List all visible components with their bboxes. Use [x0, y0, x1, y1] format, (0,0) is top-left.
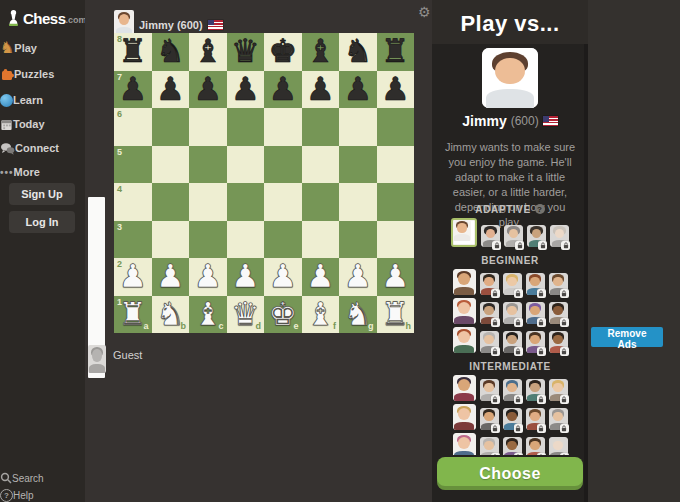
square-g2[interactable]: ♟ — [339, 258, 377, 296]
rank-label: 7 — [117, 73, 122, 82]
white-pawn: ♟ — [156, 258, 185, 295]
lock-icon — [560, 347, 569, 356]
sidebar-item-more[interactable]: •••More — [0, 160, 85, 184]
sidebar-footer-help[interactable]: ?Help — [0, 487, 85, 502]
bot-avatar[interactable] — [453, 298, 476, 324]
black-knight: ♞ — [156, 33, 185, 70]
bot-avatar-locked[interactable] — [504, 225, 523, 247]
square-h1[interactable]: h♜ — [377, 296, 415, 334]
settings-gear-icon[interactable]: ⚙ — [418, 4, 431, 20]
square-h2[interactable]: ♟ — [377, 258, 415, 296]
bot-avatar-locked[interactable] — [527, 225, 546, 247]
play-vs-panel: Play vs... Jimmy (600) Jimmy wants to ma… — [432, 0, 588, 502]
square-a4[interactable]: 4 — [114, 183, 152, 221]
sidebar-item-label: Connect — [15, 142, 59, 154]
square-g6[interactable] — [339, 108, 377, 146]
square-e5[interactable] — [264, 146, 302, 184]
square-b4[interactable] — [152, 183, 190, 221]
lock-icon — [560, 289, 569, 298]
bot-avatar-locked[interactable] — [480, 273, 499, 295]
guest-avatar[interactable] — [88, 345, 106, 377]
square-d5[interactable] — [227, 146, 265, 184]
square-a1[interactable]: 1a♜ — [114, 296, 152, 334]
black-knight: ♞ — [343, 33, 372, 70]
sidebar-footer-search[interactable]: Search — [0, 470, 85, 486]
square-a3[interactable]: 3 — [114, 221, 152, 259]
lock-icon — [491, 318, 500, 327]
chess-board: 8♜♞♝♛♚♝♞♜7♟♟♟♟♟♟♟♟65432♟♟♟♟♟♟♟♟1a♜b♞c♝d♛… — [114, 33, 414, 333]
square-e1[interactable]: e♚ — [264, 296, 302, 334]
knight-icon: ♞ — [0, 40, 14, 56]
white-pawn: ♟ — [268, 258, 297, 295]
bot-avatar-locked[interactable] — [480, 379, 499, 401]
bot-avatar-locked[interactable] — [480, 302, 499, 324]
square-e4[interactable] — [264, 183, 302, 221]
lock-icon — [514, 347, 523, 356]
square-f4[interactable] — [302, 183, 340, 221]
bot-avatar-locked[interactable] — [480, 331, 499, 353]
section-label-beginner: BEGINNER — [432, 254, 588, 266]
panel-bottom-bar: Choose — [432, 455, 588, 502]
lock-icon — [561, 241, 570, 250]
rank-label: 2 — [117, 260, 122, 269]
bot-avatar-locked[interactable] — [481, 225, 500, 247]
square-c7[interactable]: ♟ — [189, 71, 227, 109]
panel-title: Play vs... — [432, 11, 588, 37]
opponent-name-rating: Jimmy (600) — [139, 19, 203, 31]
sidebar-item-connect[interactable]: Connect — [0, 136, 85, 160]
rank-label: 8 — [117, 35, 122, 44]
square-g1[interactable]: g♞ — [339, 296, 377, 334]
bot-avatar[interactable] — [453, 327, 476, 353]
bot-avatar-locked[interactable] — [503, 331, 522, 353]
square-d4[interactable] — [227, 183, 265, 221]
square-e3[interactable] — [264, 221, 302, 259]
file-label: e — [293, 322, 298, 331]
square-a6[interactable]: 6 — [114, 108, 152, 146]
selected-bot-avatar[interactable] — [482, 48, 538, 108]
square-h6[interactable] — [377, 108, 415, 146]
rank-label: 5 — [117, 148, 122, 157]
bot-avatar-locked[interactable] — [549, 302, 568, 324]
lock-icon — [537, 395, 546, 404]
bot-rating: (600) — [511, 114, 539, 128]
square-f8[interactable]: ♝ — [302, 33, 340, 71]
lock-icon — [560, 424, 569, 433]
square-c5[interactable] — [189, 146, 227, 184]
black-pawn: ♟ — [343, 71, 372, 108]
panel-header: Play vs... — [432, 0, 588, 44]
rank-label: 6 — [117, 110, 122, 119]
square-f2[interactable]: ♟ — [302, 258, 340, 296]
sidebar-footer-label: Help — [13, 490, 34, 501]
square-a5[interactable]: 5 — [114, 146, 152, 184]
bot-name: Jimmy — [462, 113, 506, 129]
learn-ball-icon — [0, 94, 13, 107]
more-dots-icon: ••• — [0, 167, 14, 178]
bot-avatar-locked[interactable] — [550, 225, 569, 247]
square-g4[interactable] — [339, 183, 377, 221]
file-label: h — [406, 322, 412, 331]
logo-suffix: .com — [66, 15, 87, 25]
square-f1[interactable]: f♝ — [302, 296, 340, 334]
square-d3[interactable] — [227, 221, 265, 259]
square-b7[interactable]: ♟ — [152, 71, 190, 109]
white-pawn: ♟ — [306, 258, 335, 295]
bot-avatar-locked[interactable] — [549, 273, 568, 295]
square-f3[interactable] — [302, 221, 340, 259]
adaptive-help-icon[interactable]: ? — [535, 204, 545, 214]
square-f5[interactable] — [302, 146, 340, 184]
lock-icon — [491, 424, 500, 433]
bot-avatar-locked[interactable] — [526, 331, 545, 353]
sidebar-item-label: Play — [14, 42, 37, 54]
file-label: f — [333, 322, 336, 331]
bot-row — [432, 298, 588, 324]
bot-avatar-locked[interactable] — [503, 379, 522, 401]
bot-row — [432, 327, 588, 353]
white-bishop: ♝ — [306, 296, 335, 333]
black-queen: ♛ — [231, 33, 260, 70]
rank-label: 4 — [117, 185, 122, 194]
right-background-column: Remove Ads — [588, 0, 680, 502]
lock-icon — [514, 318, 523, 327]
black-rook: ♜ — [381, 33, 410, 70]
square-d8[interactable]: ♛ — [227, 33, 265, 71]
square-h3[interactable] — [377, 221, 415, 259]
bottom-player-row: Guest — [88, 345, 142, 377]
square-h7[interactable]: ♟ — [377, 71, 415, 109]
square-c1[interactable]: c♝ — [189, 296, 227, 334]
black-pawn: ♟ — [193, 71, 222, 108]
bot-avatar-locked[interactable] — [526, 273, 545, 295]
square-h8[interactable]: ♜ — [377, 33, 415, 71]
chesscom-logo[interactable]: Chess .com — [7, 9, 87, 27]
black-pawn: ♟ — [118, 71, 147, 108]
square-a7[interactable]: 7♟ — [114, 71, 152, 109]
square-f7[interactable]: ♟ — [302, 71, 340, 109]
main-area: Jimmy (600) ⚙ 8♜♞♝♛♚♝♞♜7♟♟♟♟♟♟♟♟65432♟♟♟… — [85, 0, 432, 502]
square-h5[interactable] — [377, 146, 415, 184]
square-b8[interactable]: ♞ — [152, 33, 190, 71]
black-pawn: ♟ — [268, 71, 297, 108]
sign-up-button[interactable]: Sign Up — [9, 183, 75, 205]
white-pawn: ♟ — [118, 258, 147, 295]
bot-avatar-locked[interactable] — [549, 379, 568, 401]
square-a2[interactable]: 2♟ — [114, 258, 152, 296]
us-flag-icon — [208, 20, 223, 30]
square-g7[interactable]: ♟ — [339, 71, 377, 109]
chesscom-app: Chess .com ♞PlayPuzzlesLearnTodayConnect… — [0, 0, 680, 502]
search-icon — [0, 472, 12, 484]
bot-row — [432, 269, 588, 295]
chat-bubbles-icon — [0, 142, 15, 155]
bot-row — [432, 218, 588, 247]
bot-avatar-locked[interactable] — [480, 408, 499, 430]
choose-button[interactable]: Choose — [437, 457, 583, 490]
bot-avatar-locked[interactable] — [526, 379, 545, 401]
lock-icon — [514, 424, 523, 433]
black-king: ♚ — [268, 33, 297, 70]
square-c2[interactable]: ♟ — [189, 258, 227, 296]
sidebar-item-label: More — [14, 166, 40, 178]
square-b6[interactable] — [152, 108, 190, 146]
square-c8[interactable]: ♝ — [189, 33, 227, 71]
bot-avatar[interactable] — [453, 269, 476, 295]
lock-icon — [560, 318, 569, 327]
lock-icon — [537, 289, 546, 298]
sidebar-item-today[interactable]: Today — [0, 112, 85, 136]
rank-label: 3 — [117, 223, 122, 232]
bot-row — [432, 375, 588, 401]
square-d2[interactable]: ♟ — [227, 258, 265, 296]
file-label: d — [256, 322, 262, 331]
lock-icon — [537, 347, 546, 356]
black-pawn: ♟ — [306, 71, 335, 108]
file-label: a — [143, 322, 148, 331]
square-d6[interactable] — [227, 108, 265, 146]
square-d7[interactable]: ♟ — [227, 71, 265, 109]
sidebar-item-label: Today — [13, 118, 45, 130]
bot-name-row: Jimmy (600) — [432, 113, 588, 129]
lock-icon — [492, 241, 501, 250]
square-e7[interactable]: ♟ — [264, 71, 302, 109]
sidebar-item-label: Learn — [13, 94, 43, 106]
white-pawn: ♟ — [231, 258, 260, 295]
lock-icon — [538, 241, 547, 250]
lock-icon — [514, 395, 523, 404]
square-b1[interactable]: b♞ — [152, 296, 190, 334]
black-bishop: ♝ — [306, 33, 335, 70]
file-label: c — [218, 322, 223, 331]
lock-icon — [537, 318, 546, 327]
square-b3[interactable] — [152, 221, 190, 259]
bot-avatar[interactable] — [453, 404, 476, 430]
section-label-adaptive: ADAPTIVE? — [432, 203, 588, 215]
square-b2[interactable]: ♟ — [152, 258, 190, 296]
square-c4[interactable] — [189, 183, 227, 221]
square-b5[interactable] — [152, 146, 190, 184]
square-e2[interactable]: ♟ — [264, 258, 302, 296]
file-label: b — [181, 322, 187, 331]
puzzle-icon — [0, 67, 14, 81]
bot-row — [432, 404, 588, 430]
sidebar-item-label: Puzzles — [14, 68, 54, 80]
guest-name: Guest — [113, 349, 142, 361]
bot-avatar-locked[interactable] — [526, 408, 545, 430]
black-pawn: ♟ — [156, 71, 185, 108]
lock-icon — [515, 241, 524, 250]
black-pawn: ♟ — [381, 71, 410, 108]
lock-icon — [537, 424, 546, 433]
help-icon: ? — [0, 489, 13, 502]
lock-icon — [514, 289, 523, 298]
lock-icon — [491, 347, 500, 356]
file-label: g — [368, 322, 374, 331]
section-label-intermediate: INTERMEDIATE — [432, 360, 588, 372]
square-e8[interactable]: ♚ — [264, 33, 302, 71]
sidebar-item-play[interactable]: ♞Play — [0, 36, 85, 60]
square-d1[interactable]: d♛ — [227, 296, 265, 334]
bot-avatar-locked[interactable] — [503, 302, 522, 324]
white-pawn: ♟ — [381, 258, 410, 295]
rank-label: 1 — [117, 298, 122, 307]
square-e6[interactable] — [264, 108, 302, 146]
sidebar: Chess .com ♞PlayPuzzlesLearnTodayConnect… — [0, 0, 85, 502]
calendar-icon — [0, 118, 13, 131]
square-h4[interactable] — [377, 183, 415, 221]
us-flag-icon — [543, 116, 558, 126]
lock-icon — [491, 395, 500, 404]
square-c6[interactable] — [189, 108, 227, 146]
square-a8[interactable]: 8♜ — [114, 33, 152, 71]
bot-avatar-locked[interactable] — [549, 408, 568, 430]
lock-icon — [491, 289, 500, 298]
sidebar-item-learn[interactable]: Learn — [0, 88, 85, 112]
black-rook: ♜ — [118, 33, 147, 70]
square-g8[interactable]: ♞ — [339, 33, 377, 71]
bot-avatar-locked[interactable] — [526, 302, 545, 324]
white-pawn: ♟ — [193, 258, 222, 295]
bot-avatar-locked[interactable] — [503, 273, 522, 295]
log-in-button[interactable]: Log In — [9, 211, 75, 233]
sidebar-footer-label: Search — [12, 473, 44, 484]
logo-text: Chess — [23, 10, 66, 27]
square-g3[interactable] — [339, 221, 377, 259]
square-c3[interactable] — [189, 221, 227, 259]
black-pawn: ♟ — [231, 71, 260, 108]
bot-avatar-locked[interactable] — [549, 331, 568, 353]
bot-avatar-locked[interactable] — [503, 408, 522, 430]
pawn-logo-icon — [7, 9, 20, 27]
square-f6[interactable] — [302, 108, 340, 146]
sidebar-item-puzzles[interactable]: Puzzles — [0, 62, 85, 86]
lock-icon — [560, 395, 569, 404]
black-bishop: ♝ — [193, 33, 222, 70]
square-g5[interactable] — [339, 146, 377, 184]
bot-avatar[interactable] — [453, 375, 476, 401]
bot-avatar-selected[interactable] — [451, 218, 477, 247]
remove-ads-button[interactable]: Remove Ads — [591, 327, 663, 347]
white-pawn: ♟ — [343, 258, 372, 295]
